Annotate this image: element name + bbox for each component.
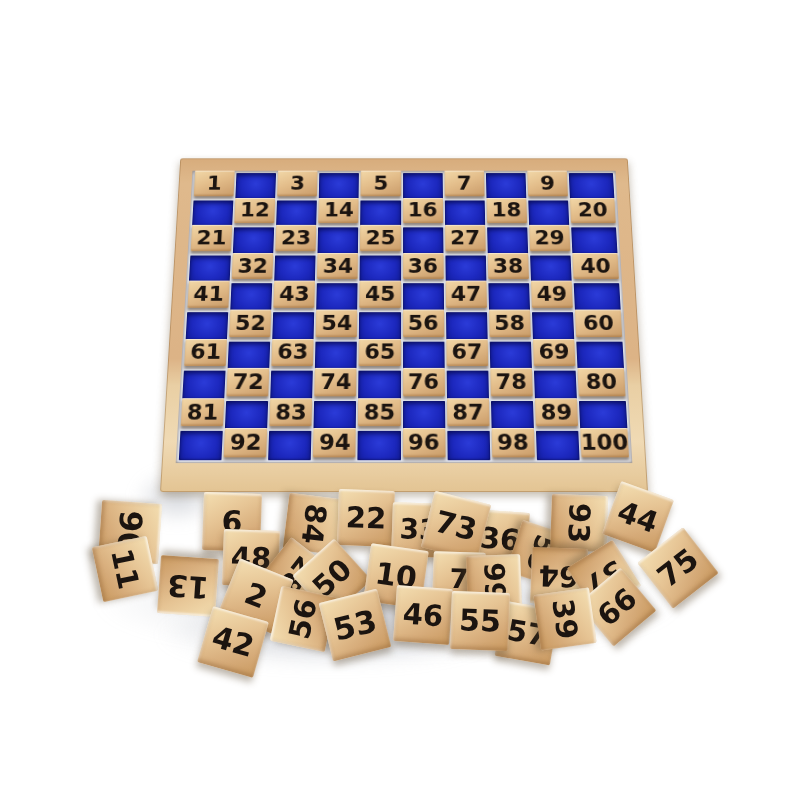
loose-tile-93[interactable]: 93: [550, 494, 608, 552]
loose-tile-55[interactable]: 55: [450, 591, 510, 651]
loose-tile-46[interactable]: 46: [393, 585, 453, 645]
loose-tile-11[interactable]: 11: [92, 536, 158, 602]
loose-tile-22[interactable]: 22: [337, 489, 395, 547]
tile-pile: 9068422333659739344111348282501079964377…: [0, 0, 800, 800]
scene: 1357912141618202123252729323436384041434…: [0, 0, 800, 800]
loose-tile-39[interactable]: 39: [533, 587, 596, 650]
loose-tile-13[interactable]: 13: [157, 555, 219, 617]
